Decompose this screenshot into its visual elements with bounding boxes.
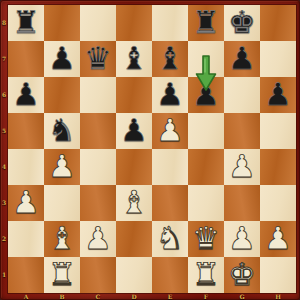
board: ♜♜♚♟♛♝♝♟♟♟♟♟♞♟♟♟♟♟♝♝♟♞♛♟♟♜♜♚ [8,5,296,293]
black-rook-a8[interactable]: ♜ [12,4,40,40]
square-c5[interactable] [80,113,116,149]
square-d4[interactable] [116,149,152,185]
square-f4[interactable] [188,149,224,185]
square-h1[interactable] [260,257,296,293]
file-label-d: D [116,293,152,300]
square-f3[interactable] [188,185,224,221]
square-h2[interactable]: ♟ [260,221,296,257]
white-pawn-b4[interactable]: ♟ [48,148,76,184]
square-b3[interactable] [44,185,80,221]
black-pawn-e6[interactable]: ♟ [156,76,184,112]
rank-label-5: 5 [0,128,8,134]
white-queen-f2[interactable]: ♛ [192,220,220,256]
square-e5[interactable]: ♟ [152,113,188,149]
white-pawn-a3[interactable]: ♟ [12,184,40,220]
square-c8[interactable] [80,5,116,41]
rank-label-3: 3 [0,200,8,206]
black-pawn-g7[interactable]: ♟ [228,40,256,76]
square-d8[interactable] [116,5,152,41]
white-bishop-d3[interactable]: ♝ [120,184,148,220]
square-b2[interactable]: ♝ [44,221,80,257]
rank-label-6: 6 [0,92,8,98]
square-a8[interactable]: ♜ [8,5,44,41]
white-rook-f1[interactable]: ♜ [192,256,220,292]
square-g3[interactable] [224,185,260,221]
square-c4[interactable] [80,149,116,185]
black-bishop-e7[interactable]: ♝ [156,40,184,76]
black-knight-b5[interactable]: ♞ [48,112,76,148]
white-rook-b1[interactable]: ♜ [48,256,76,292]
square-e6[interactable]: ♟ [152,77,188,113]
black-rook-f8[interactable]: ♜ [192,4,220,40]
file-label-f: F [188,293,224,300]
square-b4[interactable]: ♟ [44,149,80,185]
square-h3[interactable] [260,185,296,221]
square-e7[interactable]: ♝ [152,41,188,77]
square-a3[interactable]: ♟ [8,185,44,221]
square-h5[interactable] [260,113,296,149]
black-pawn-d5[interactable]: ♟ [120,112,148,148]
rank-label-4: 4 [0,164,8,170]
square-h8[interactable] [260,5,296,41]
square-d6[interactable] [116,77,152,113]
square-a1[interactable] [8,257,44,293]
square-f1[interactable]: ♜ [188,257,224,293]
file-label-b: B [44,293,80,300]
file-label-c: C [80,293,116,300]
square-e4[interactable] [152,149,188,185]
square-g6[interactable] [224,77,260,113]
black-pawn-f6[interactable]: ♟ [192,76,220,112]
file-label-h: H [260,293,296,300]
rank-label-8: 8 [0,20,8,26]
square-c6[interactable] [80,77,116,113]
square-g8[interactable]: ♚ [224,5,260,41]
square-e8[interactable] [152,5,188,41]
square-f5[interactable] [188,113,224,149]
square-d7[interactable]: ♝ [116,41,152,77]
square-d2[interactable] [116,221,152,257]
white-bishop-b2[interactable]: ♝ [48,220,76,256]
square-a6[interactable]: ♟ [8,77,44,113]
square-e2[interactable]: ♞ [152,221,188,257]
black-bishop-d7[interactable]: ♝ [120,40,148,76]
square-c3[interactable] [80,185,116,221]
white-pawn-c2[interactable]: ♟ [84,220,112,256]
square-b6[interactable] [44,77,80,113]
square-h6[interactable]: ♟ [260,77,296,113]
white-pawn-h2[interactable]: ♟ [264,220,292,256]
file-label-g: G [224,293,260,300]
square-f2[interactable]: ♛ [188,221,224,257]
square-d3[interactable]: ♝ [116,185,152,221]
square-e1[interactable] [152,257,188,293]
square-g5[interactable] [224,113,260,149]
square-b8[interactable] [44,5,80,41]
black-king-g8[interactable]: ♚ [228,4,256,40]
black-pawn-a6[interactable]: ♟ [12,76,40,112]
black-queen-c7[interactable]: ♛ [84,40,112,76]
square-e3[interactable] [152,185,188,221]
square-b7[interactable]: ♟ [44,41,80,77]
white-pawn-e5[interactable]: ♟ [156,112,184,148]
square-g4[interactable]: ♟ [224,149,260,185]
square-a5[interactable] [8,113,44,149]
square-h7[interactable] [260,41,296,77]
white-pawn-g2[interactable]: ♟ [228,220,256,256]
white-pawn-g4[interactable]: ♟ [228,148,256,184]
file-label-a: A [8,293,44,300]
square-b1[interactable]: ♜ [44,257,80,293]
square-g7[interactable]: ♟ [224,41,260,77]
rank-label-7: 7 [0,56,8,62]
square-f8[interactable]: ♜ [188,5,224,41]
square-c7[interactable]: ♛ [80,41,116,77]
chess-board-frame: ♜♜♚♟♛♝♝♟♟♟♟♟♞♟♟♟♟♟♝♝♟♞♛♟♟♜♜♚ 87654321 AB… [0,0,300,300]
square-g1[interactable]: ♚ [224,257,260,293]
square-a7[interactable] [8,41,44,77]
square-b5[interactable]: ♞ [44,113,80,149]
black-pawn-h6[interactable]: ♟ [264,76,292,112]
square-c1[interactable] [80,257,116,293]
square-a2[interactable] [8,221,44,257]
square-a4[interactable] [8,149,44,185]
square-d1[interactable] [116,257,152,293]
square-f7[interactable] [188,41,224,77]
black-pawn-b7[interactable]: ♟ [48,40,76,76]
white-king-g1[interactable]: ♚ [228,256,256,292]
rank-label-2: 2 [0,236,8,242]
file-label-e: E [152,293,188,300]
square-f6[interactable]: ♟ [188,77,224,113]
square-c2[interactable]: ♟ [80,221,116,257]
rank-label-1: 1 [0,272,8,278]
white-knight-e2[interactable]: ♞ [156,220,184,256]
square-h4[interactable] [260,149,296,185]
square-g2[interactable]: ♟ [224,221,260,257]
square-d5[interactable]: ♟ [116,113,152,149]
